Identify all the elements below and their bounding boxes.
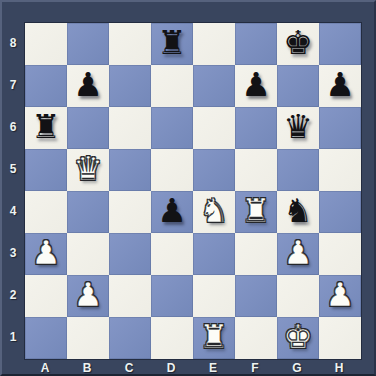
file-label-b: B xyxy=(66,359,108,376)
square-f3[interactable] xyxy=(235,233,277,275)
rank-label-1: 1 xyxy=(2,316,24,358)
square-e3[interactable] xyxy=(193,233,235,275)
white-queen-b5[interactable]: ♛ xyxy=(73,152,103,188)
square-f5[interactable] xyxy=(235,149,277,191)
board-frame: 87654321 ♜♚♟♟♟♜♛♛♟♞♜♞♟♟♟♟♜♚ ABCDEFGH xyxy=(0,0,376,376)
square-d5[interactable] xyxy=(151,149,193,191)
square-d4[interactable]: ♟ xyxy=(151,191,193,233)
square-b7[interactable]: ♟ xyxy=(67,65,109,107)
square-a4[interactable] xyxy=(25,191,67,233)
black-rook-a6[interactable]: ♜ xyxy=(31,110,61,146)
rank-label-4: 4 xyxy=(2,190,24,232)
square-d1[interactable] xyxy=(151,317,193,359)
square-e8[interactable] xyxy=(193,23,235,65)
square-f4[interactable]: ♜ xyxy=(235,191,277,233)
square-f6[interactable] xyxy=(235,107,277,149)
square-c7[interactable] xyxy=(109,65,151,107)
square-e7[interactable] xyxy=(193,65,235,107)
square-g7[interactable] xyxy=(277,65,319,107)
white-pawn-a3[interactable]: ♟ xyxy=(31,236,61,272)
rank-label-7: 7 xyxy=(2,64,24,106)
square-h1[interactable] xyxy=(319,317,361,359)
square-f8[interactable] xyxy=(235,23,277,65)
square-d2[interactable] xyxy=(151,275,193,317)
square-d6[interactable] xyxy=(151,107,193,149)
file-label-a: A xyxy=(24,359,66,376)
white-knight-e4[interactable]: ♞ xyxy=(199,194,229,230)
black-pawn-b7[interactable]: ♟ xyxy=(73,68,103,104)
square-d7[interactable] xyxy=(151,65,193,107)
square-b8[interactable] xyxy=(67,23,109,65)
square-h7[interactable]: ♟ xyxy=(319,65,361,107)
square-b4[interactable] xyxy=(67,191,109,233)
square-c2[interactable] xyxy=(109,275,151,317)
square-g8[interactable]: ♚ xyxy=(277,23,319,65)
square-g4[interactable]: ♞ xyxy=(277,191,319,233)
square-a7[interactable] xyxy=(25,65,67,107)
square-c8[interactable] xyxy=(109,23,151,65)
rank-label-5: 5 xyxy=(2,148,24,190)
chess-board: ♜♚♟♟♟♜♛♛♟♞♜♞♟♟♟♟♜♚ xyxy=(24,22,362,360)
square-h4[interactable] xyxy=(319,191,361,233)
square-g2[interactable] xyxy=(277,275,319,317)
square-a1[interactable] xyxy=(25,317,67,359)
square-b3[interactable] xyxy=(67,233,109,275)
square-a2[interactable] xyxy=(25,275,67,317)
white-rook-f4[interactable]: ♜ xyxy=(241,194,271,230)
black-pawn-d4[interactable]: ♟ xyxy=(157,194,187,230)
square-e5[interactable] xyxy=(193,149,235,191)
square-e4[interactable]: ♞ xyxy=(193,191,235,233)
file-label-f: F xyxy=(234,359,276,376)
square-g6[interactable]: ♛ xyxy=(277,107,319,149)
square-c4[interactable] xyxy=(109,191,151,233)
rank-label-6: 6 xyxy=(2,106,24,148)
file-labels: ABCDEFGH xyxy=(24,359,360,376)
square-e2[interactable] xyxy=(193,275,235,317)
square-h8[interactable] xyxy=(319,23,361,65)
square-h5[interactable] xyxy=(319,149,361,191)
square-a3[interactable]: ♟ xyxy=(25,233,67,275)
square-a5[interactable] xyxy=(25,149,67,191)
white-king-g1[interactable]: ♚ xyxy=(283,320,313,356)
square-d3[interactable] xyxy=(151,233,193,275)
square-e6[interactable] xyxy=(193,107,235,149)
black-rook-d8[interactable]: ♜ xyxy=(157,26,187,62)
square-h6[interactable] xyxy=(319,107,361,149)
rank-label-3: 3 xyxy=(2,232,24,274)
square-d8[interactable]: ♜ xyxy=(151,23,193,65)
square-e1[interactable]: ♜ xyxy=(193,317,235,359)
white-pawn-h2[interactable]: ♟ xyxy=(325,278,355,314)
white-pawn-b2[interactable]: ♟ xyxy=(73,278,103,314)
square-f1[interactable] xyxy=(235,317,277,359)
black-king-g8[interactable]: ♚ xyxy=(283,26,313,62)
square-g3[interactable]: ♟ xyxy=(277,233,319,275)
file-label-d: D xyxy=(150,359,192,376)
rank-label-2: 2 xyxy=(2,274,24,316)
square-h3[interactable] xyxy=(319,233,361,275)
rank-label-8: 8 xyxy=(2,22,24,64)
square-c1[interactable] xyxy=(109,317,151,359)
square-g5[interactable] xyxy=(277,149,319,191)
square-c3[interactable] xyxy=(109,233,151,275)
file-label-g: G xyxy=(276,359,318,376)
square-b5[interactable]: ♛ xyxy=(67,149,109,191)
square-c6[interactable] xyxy=(109,107,151,149)
square-a8[interactable] xyxy=(25,23,67,65)
rank-labels: 87654321 xyxy=(2,22,24,358)
file-label-e: E xyxy=(192,359,234,376)
black-queen-g6[interactable]: ♛ xyxy=(283,110,313,146)
square-b1[interactable] xyxy=(67,317,109,359)
black-pawn-h7[interactable]: ♟ xyxy=(325,68,355,104)
square-g1[interactable]: ♚ xyxy=(277,317,319,359)
square-c5[interactable] xyxy=(109,149,151,191)
white-pawn-g3[interactable]: ♟ xyxy=(283,236,313,272)
square-f2[interactable] xyxy=(235,275,277,317)
square-b2[interactable]: ♟ xyxy=(67,275,109,317)
black-knight-g4[interactable]: ♞ xyxy=(283,194,313,230)
file-label-h: H xyxy=(318,359,360,376)
square-b6[interactable] xyxy=(67,107,109,149)
square-a6[interactable]: ♜ xyxy=(25,107,67,149)
file-label-c: C xyxy=(108,359,150,376)
square-h2[interactable]: ♟ xyxy=(319,275,361,317)
black-pawn-f7[interactable]: ♟ xyxy=(241,68,271,104)
white-rook-e1[interactable]: ♜ xyxy=(199,320,229,356)
square-f7[interactable]: ♟ xyxy=(235,65,277,107)
